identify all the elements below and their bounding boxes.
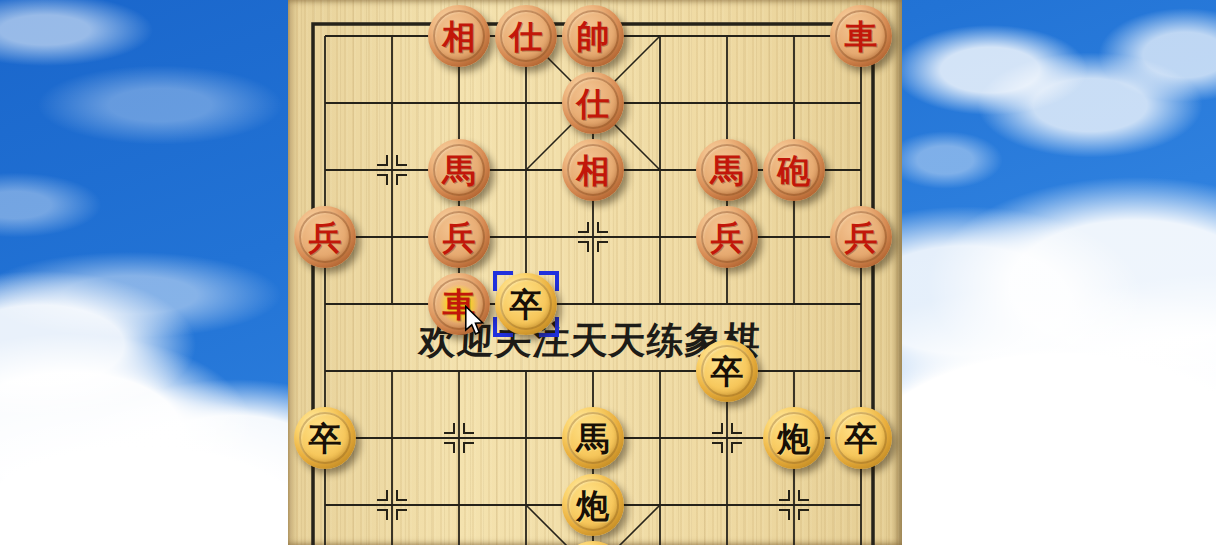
piece-red-soldier[interactable]: 兵 [830,206,892,268]
mouse-cursor [464,305,485,337]
piece-red-horse[interactable]: 馬 [428,139,490,201]
point-marker [444,423,474,453]
piece-black-soldier[interactable]: 卒 [294,407,356,469]
piece-glyph: 炮 [778,422,811,455]
piece-red-advisor[interactable]: 仕 [562,72,624,134]
piece-black-soldier[interactable]: 卒 [696,340,758,402]
piece-glyph: 仕 [577,87,610,120]
piece-red-general[interactable]: 帥 [562,5,624,67]
piece-glyph: 卒 [845,422,878,455]
piece-red-horse[interactable]: 馬 [696,139,758,201]
piece-black-soldier[interactable]: 卒 [495,273,557,335]
piece-glyph: 馬 [577,422,610,455]
piece-glyph: 仕 [510,20,543,53]
point-marker [578,222,608,252]
piece-glyph: 相 [443,20,476,53]
piece-glyph: 卒 [309,422,342,455]
piece-glyph: 炮 [577,489,610,522]
piece-red-cannon[interactable]: 砲 [763,139,825,201]
piece-red-elephant[interactable]: 相 [428,5,490,67]
piece-glyph: 馬 [443,154,476,187]
piece-glyph: 卒 [711,355,744,388]
piece-glyph: 車 [845,20,878,53]
piece-glyph: 帥 [577,20,610,53]
point-marker [779,490,809,520]
piece-red-soldier[interactable]: 兵 [696,206,758,268]
piece-glyph: 兵 [443,221,476,254]
point-marker [377,490,407,520]
piece-glyph: 馬 [711,154,744,187]
piece-red-advisor[interactable]: 仕 [495,5,557,67]
piece-black-horse[interactable]: 馬 [562,407,624,469]
piece-red-soldier[interactable]: 兵 [294,206,356,268]
piece-red-soldier[interactable]: 兵 [428,206,490,268]
piece-black-soldier[interactable]: 卒 [830,407,892,469]
piece-glyph: 卒 [510,288,543,321]
piece-glyph: 兵 [845,221,878,254]
xiangqi-board[interactable]: 欢迎关注天天练象棋 相仕帥車仕馬相馬砲兵兵兵兵車卒卒卒馬炮卒炮將 [288,0,902,545]
piece-glyph: 兵 [711,221,744,254]
piece-glyph: 兵 [309,221,342,254]
point-marker [712,423,742,453]
piece-red-chariot[interactable]: 車 [830,5,892,67]
game-screen: 欢迎关注天天练象棋 相仕帥車仕馬相馬砲兵兵兵兵車卒卒卒馬炮卒炮將 [0,0,1216,545]
piece-red-elephant[interactable]: 相 [562,139,624,201]
piece-glyph: 相 [577,154,610,187]
piece-black-cannon[interactable]: 炮 [763,407,825,469]
point-marker [377,155,407,185]
piece-glyph: 砲 [778,154,811,187]
piece-black-cannon[interactable]: 炮 [562,474,624,536]
